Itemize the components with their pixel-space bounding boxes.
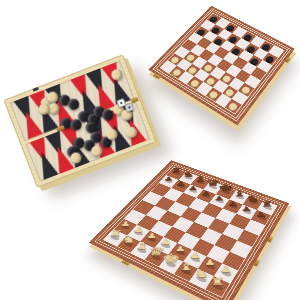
light-checker-piece: ● — [171, 67, 184, 78]
light-pawn: ♟ — [195, 259, 225, 267]
checkers-board-frame: ●●●●●●●●●●●●●●●●●●●●●●●● — [148, 6, 294, 126]
piece-contact-shadow — [132, 229, 143, 236]
light-king: ♚ — [156, 252, 186, 264]
chess-square — [117, 235, 141, 253]
light-checker-piece: ● — [207, 89, 220, 100]
light-checker-piece: ● — [203, 62, 215, 72]
checkers-square: ● — [201, 61, 217, 74]
product-photo-stage: ●●●●●●●●●●●●●●●●●●●●●●●● ♜♞♝ — [0, 0, 300, 300]
light-checker-piece: ● — [169, 54, 181, 64]
chess-square — [198, 256, 222, 275]
chess-square — [192, 238, 215, 256]
chess-square — [186, 222, 208, 238]
checkers-square: ● — [203, 74, 219, 87]
checkers-square — [217, 59, 233, 72]
piece-contact-shadow — [146, 236, 157, 243]
piece-contact-shadow — [204, 262, 216, 270]
chess-square — [174, 261, 198, 281]
black-checker-piece: ● — [264, 54, 276, 64]
checkers-square — [178, 71, 194, 84]
checkers-square — [232, 91, 248, 105]
light-checker-piece: ● — [224, 86, 237, 97]
chess-square — [163, 226, 185, 243]
chess-square — [215, 234, 237, 251]
checkers-square — [176, 58, 192, 71]
chess-square — [140, 231, 163, 248]
light-knight: ♞ — [114, 235, 144, 244]
dark-pawn: ♟ — [247, 211, 275, 217]
light-checker-piece: ● — [227, 100, 240, 112]
light-rook: ♜ — [202, 277, 234, 287]
light-pawn: ♟ — [210, 266, 241, 274]
chess-pieces-layer: ♜♞♝♛♚♝♞♜♟♟♟♟♟♟♟♟♟♟♟♟♟♟♟♟♜♞♝♛♚♝♞♜ — [103, 167, 278, 298]
fold-hinge — [254, 259, 260, 266]
backgammon-loose-pieces — [10, 61, 150, 182]
chess-square — [200, 228, 222, 245]
piece-contact-shadow — [160, 242, 172, 250]
light-bishop: ♝ — [127, 241, 157, 251]
piece-contact-shadow — [150, 253, 162, 261]
light-pawn: ♟ — [137, 232, 166, 239]
backgammon-case — [3, 54, 156, 188]
light-bishop: ♝ — [171, 261, 202, 272]
chess-board: ♜♞♝♛♚♝♞♜♟♟♟♟♟♟♟♟♟♟♟♟♟♟♟♟♜♞♝♛♚♝♞♜ — [89, 160, 289, 300]
light-checker-piece: ● — [205, 75, 218, 86]
chess-square — [144, 248, 168, 267]
checkers-square — [241, 62, 257, 75]
black-backgammon-checker — [66, 97, 80, 111]
chess-board-frame: ♜♞♝♛♚♝♞♜♟♟♟♟♟♟♟♟♟♟♟♟♟♟♟♟♜♞♝♛♚♝♞♜ — [89, 160, 289, 300]
chess-square — [130, 241, 154, 259]
light-pawn: ♟ — [165, 245, 194, 252]
chess-square — [230, 240, 253, 258]
chess-square — [222, 251, 245, 270]
chess-square — [177, 232, 200, 249]
checkers-square — [251, 67, 267, 80]
checkers-grid: ●●●●●●●●●●●●●●●●●●●●●●●● — [160, 13, 285, 115]
checkers-square — [210, 66, 226, 79]
checkers-square: ● — [187, 76, 203, 90]
checkers-square — [196, 82, 212, 96]
checkers-square — [215, 93, 232, 107]
light-checker-piece: ● — [240, 84, 253, 95]
checkers-square: ● — [222, 85, 238, 99]
checkers-square — [257, 60, 272, 73]
checkers-square — [229, 77, 245, 91]
chess-square — [150, 220, 172, 236]
checkers-square: ● — [206, 87, 222, 101]
piece-contact-shadow — [189, 255, 201, 263]
light-checker-piece: ● — [189, 78, 202, 89]
piece-contact-shadow — [195, 275, 208, 284]
checkers-square — [245, 75, 261, 88]
checkers-square: ● — [225, 99, 242, 114]
chess-square — [168, 243, 191, 261]
clasp-latch — [153, 73, 161, 79]
black-checker-piece: ● — [249, 56, 261, 66]
checkers-square: ● — [238, 83, 254, 97]
light-pawn: ♟ — [180, 252, 210, 259]
side-hinge — [285, 57, 292, 63]
checkers-board: ●●●●●●●●●●●●●●●●●●●●●●●● — [148, 6, 294, 126]
chess-square — [183, 250, 207, 269]
chess-square — [104, 229, 127, 246]
chess-square — [154, 237, 177, 255]
checkers-square — [161, 60, 177, 73]
chess-square — [207, 245, 230, 263]
piece-contact-shadow — [174, 248, 186, 256]
chess-square — [205, 276, 230, 297]
chess-square — [222, 224, 244, 241]
light-checker-piece: ● — [221, 73, 234, 84]
light-knight: ♞ — [186, 269, 217, 280]
chess-square — [189, 268, 214, 289]
cream-backgammon-checker — [109, 67, 123, 81]
fold-hinge — [267, 236, 273, 242]
die — [124, 102, 134, 112]
piece-contact-shadow — [136, 247, 148, 255]
checkers-square — [194, 69, 210, 82]
checkers-square: ● — [219, 72, 235, 85]
checkers-square — [235, 69, 251, 82]
cream-backgammon-checker — [124, 125, 138, 139]
checkers-square: ● — [185, 63, 201, 76]
piece-contact-shadow — [165, 260, 177, 268]
light-checker-piece: ● — [187, 65, 200, 75]
cream-backgammon-checker — [69, 150, 83, 164]
piece-contact-shadow — [220, 269, 233, 278]
checkers-square — [226, 64, 242, 77]
light-pawn: ♟ — [151, 239, 180, 246]
checkers-square — [213, 79, 229, 93]
light-checker-piece: ● — [185, 52, 197, 62]
piece-contact-shadow — [122, 240, 134, 248]
light-queen: ♛ — [141, 246, 171, 257]
chess-square — [214, 263, 238, 283]
piece-contact-shadow — [109, 234, 120, 241]
piece-contact-shadow — [211, 282, 224, 291]
clasp-latch — [121, 260, 130, 266]
checkers-square: ● — [169, 66, 185, 79]
chess-square — [237, 229, 259, 246]
piece-contact-shadow — [180, 267, 192, 276]
chess-square — [159, 254, 183, 273]
